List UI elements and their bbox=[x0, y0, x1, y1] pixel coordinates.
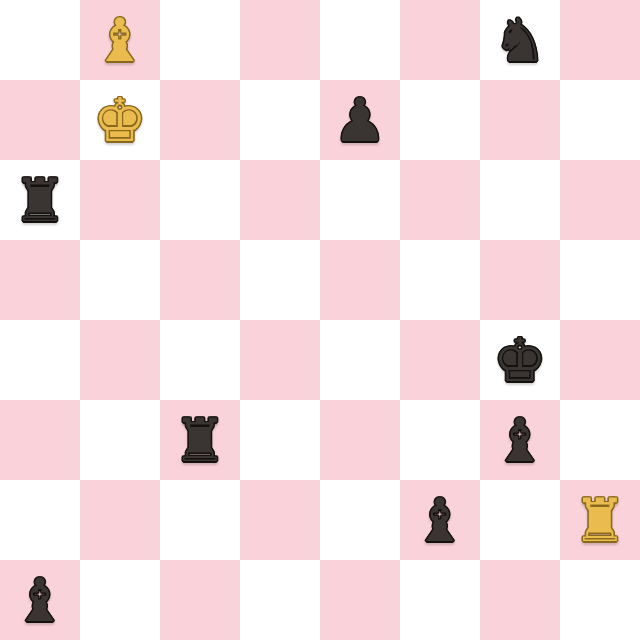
square-a2[interactable] bbox=[0, 480, 80, 560]
square-f5[interactable] bbox=[400, 240, 480, 320]
square-b5[interactable] bbox=[80, 240, 160, 320]
square-g6[interactable] bbox=[480, 160, 560, 240]
square-f6[interactable] bbox=[400, 160, 480, 240]
square-c3[interactable]: ♜ bbox=[160, 400, 240, 480]
square-e8[interactable] bbox=[320, 0, 400, 80]
square-f2[interactable]: ♝ bbox=[400, 480, 480, 560]
square-h3[interactable] bbox=[560, 400, 640, 480]
square-a5[interactable] bbox=[0, 240, 80, 320]
square-b2[interactable] bbox=[80, 480, 160, 560]
square-b4[interactable] bbox=[80, 320, 160, 400]
square-g2[interactable] bbox=[480, 480, 560, 560]
square-c5[interactable] bbox=[160, 240, 240, 320]
white-rook-h2[interactable]: ♜ bbox=[573, 480, 627, 560]
chess-board: ♝♞♚♟♜♚♜♝♝♜♝ bbox=[0, 0, 640, 640]
square-b7[interactable]: ♚ bbox=[80, 80, 160, 160]
square-a7[interactable] bbox=[0, 80, 80, 160]
square-d5[interactable] bbox=[240, 240, 320, 320]
black-bishop-g3[interactable]: ♝ bbox=[493, 400, 547, 480]
black-bishop-f2[interactable]: ♝ bbox=[413, 480, 467, 560]
square-h5[interactable] bbox=[560, 240, 640, 320]
square-b8[interactable]: ♝ bbox=[80, 0, 160, 80]
square-f3[interactable] bbox=[400, 400, 480, 480]
square-d2[interactable] bbox=[240, 480, 320, 560]
square-b1[interactable] bbox=[80, 560, 160, 640]
square-h2[interactable]: ♜ bbox=[560, 480, 640, 560]
square-g4[interactable]: ♚ bbox=[480, 320, 560, 400]
square-f7[interactable] bbox=[400, 80, 480, 160]
square-h8[interactable] bbox=[560, 0, 640, 80]
square-e1[interactable] bbox=[320, 560, 400, 640]
square-e2[interactable] bbox=[320, 480, 400, 560]
chess-board-container: ♝♞♚♟♜♚♜♝♝♜♝ bbox=[0, 0, 640, 640]
square-g5[interactable] bbox=[480, 240, 560, 320]
square-h1[interactable] bbox=[560, 560, 640, 640]
square-g3[interactable]: ♝ bbox=[480, 400, 560, 480]
square-b3[interactable] bbox=[80, 400, 160, 480]
square-c7[interactable] bbox=[160, 80, 240, 160]
square-e5[interactable] bbox=[320, 240, 400, 320]
square-a1[interactable]: ♝ bbox=[0, 560, 80, 640]
square-g7[interactable] bbox=[480, 80, 560, 160]
square-b6[interactable] bbox=[80, 160, 160, 240]
square-a3[interactable] bbox=[0, 400, 80, 480]
square-h6[interactable] bbox=[560, 160, 640, 240]
square-e4[interactable] bbox=[320, 320, 400, 400]
square-d1[interactable] bbox=[240, 560, 320, 640]
square-c4[interactable] bbox=[160, 320, 240, 400]
black-knight-g8[interactable]: ♞ bbox=[493, 0, 547, 80]
black-bishop-a1[interactable]: ♝ bbox=[13, 560, 67, 640]
square-d6[interactable] bbox=[240, 160, 320, 240]
square-a8[interactable] bbox=[0, 0, 80, 80]
square-a4[interactable] bbox=[0, 320, 80, 400]
square-e3[interactable] bbox=[320, 400, 400, 480]
square-e6[interactable] bbox=[320, 160, 400, 240]
square-f8[interactable] bbox=[400, 0, 480, 80]
square-d8[interactable] bbox=[240, 0, 320, 80]
square-c6[interactable] bbox=[160, 160, 240, 240]
black-king-g4[interactable]: ♚ bbox=[493, 320, 547, 400]
square-c1[interactable] bbox=[160, 560, 240, 640]
square-h7[interactable] bbox=[560, 80, 640, 160]
square-f4[interactable] bbox=[400, 320, 480, 400]
square-d4[interactable] bbox=[240, 320, 320, 400]
white-bishop-b8[interactable]: ♝ bbox=[93, 0, 147, 80]
black-pawn-e7[interactable]: ♟ bbox=[333, 80, 387, 160]
black-rook-c3[interactable]: ♜ bbox=[173, 400, 227, 480]
square-g8[interactable]: ♞ bbox=[480, 0, 560, 80]
square-e7[interactable]: ♟ bbox=[320, 80, 400, 160]
square-f1[interactable] bbox=[400, 560, 480, 640]
square-g1[interactable] bbox=[480, 560, 560, 640]
square-c8[interactable] bbox=[160, 0, 240, 80]
square-h4[interactable] bbox=[560, 320, 640, 400]
white-king-b7[interactable]: ♚ bbox=[93, 80, 147, 160]
square-a6[interactable]: ♜ bbox=[0, 160, 80, 240]
square-d7[interactable] bbox=[240, 80, 320, 160]
square-c2[interactable] bbox=[160, 480, 240, 560]
black-rook-a6[interactable]: ♜ bbox=[13, 160, 67, 240]
square-d3[interactable] bbox=[240, 400, 320, 480]
